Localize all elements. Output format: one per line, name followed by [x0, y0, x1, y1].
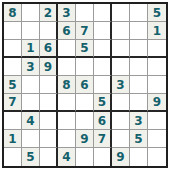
- cell-r3c1[interactable]: [4, 40, 22, 58]
- cell-r9c8[interactable]: [130, 148, 148, 166]
- cell-r9c3[interactable]: [40, 148, 58, 166]
- cell-r8c9[interactable]: [148, 130, 166, 148]
- cell-r3c3[interactable]: 6: [40, 40, 58, 58]
- cell-r8c6[interactable]: 7: [94, 130, 112, 148]
- cell-r3c9[interactable]: [148, 40, 166, 58]
- cell-r7c2[interactable]: 4: [22, 112, 40, 130]
- cell-r9c9[interactable]: [148, 148, 166, 166]
- cell-r2c3[interactable]: [40, 22, 58, 40]
- cell-r5c7[interactable]: 3: [112, 76, 130, 94]
- cell-r6c2[interactable]: [22, 94, 40, 112]
- cell-r2c6[interactable]: [94, 22, 112, 40]
- cell-r5c6[interactable]: [94, 76, 112, 94]
- cell-r8c4[interactable]: [58, 130, 76, 148]
- cell-r4c1[interactable]: [4, 58, 22, 76]
- cell-r6c4[interactable]: [58, 94, 76, 112]
- cell-r5c3[interactable]: [40, 76, 58, 94]
- cell-r5c5[interactable]: 6: [76, 76, 94, 94]
- cell-r1c4[interactable]: 3: [58, 4, 76, 22]
- cell-r6c3[interactable]: [40, 94, 58, 112]
- cell-r3c2[interactable]: 1: [22, 40, 40, 58]
- cell-r6c6[interactable]: 5: [94, 94, 112, 112]
- cell-r2c1[interactable]: [4, 22, 22, 40]
- cell-r7c8[interactable]: 3: [130, 112, 148, 130]
- cell-r1c9[interactable]: 5: [148, 4, 166, 22]
- cell-r6c9[interactable]: 9: [148, 94, 166, 112]
- cell-r6c1[interactable]: 7: [4, 94, 22, 112]
- cell-r3c8[interactable]: [130, 40, 148, 58]
- cell-r2c2[interactable]: [22, 22, 40, 40]
- cell-r4c5[interactable]: [76, 58, 94, 76]
- cell-r5c9[interactable]: [148, 76, 166, 94]
- cell-r5c8[interactable]: [130, 76, 148, 94]
- cell-r6c7[interactable]: [112, 94, 130, 112]
- cell-r8c1[interactable]: 1: [4, 130, 22, 148]
- cell-r3c7[interactable]: [112, 40, 130, 58]
- cell-r7c1[interactable]: [4, 112, 22, 130]
- cell-r4c9[interactable]: [148, 58, 166, 76]
- cell-r8c7[interactable]: [112, 130, 130, 148]
- cell-r9c2[interactable]: 5: [22, 148, 40, 166]
- cell-r1c8[interactable]: [130, 4, 148, 22]
- cell-r1c1[interactable]: 8: [4, 4, 22, 22]
- cell-r1c5[interactable]: [76, 4, 94, 22]
- cell-r4c2[interactable]: 3: [22, 58, 40, 76]
- cell-r9c5[interactable]: [76, 148, 94, 166]
- cell-r1c3[interactable]: 2: [40, 4, 58, 22]
- cell-r2c5[interactable]: 7: [76, 22, 94, 40]
- cell-r7c7[interactable]: [112, 112, 130, 130]
- cell-r7c4[interactable]: [58, 112, 76, 130]
- cell-r5c1[interactable]: 5: [4, 76, 22, 94]
- cell-r8c8[interactable]: 5: [130, 130, 148, 148]
- cell-r1c6[interactable]: [94, 4, 112, 22]
- cell-r9c4[interactable]: 4: [58, 148, 76, 166]
- cell-r9c6[interactable]: [94, 148, 112, 166]
- cell-r3c5[interactable]: 5: [76, 40, 94, 58]
- cell-r7c5[interactable]: [76, 112, 94, 130]
- cell-r4c8[interactable]: [130, 58, 148, 76]
- cell-r8c5[interactable]: 9: [76, 130, 94, 148]
- sudoku-board: 82356711653958637594631975549: [2, 2, 168, 168]
- cell-r8c3[interactable]: [40, 130, 58, 148]
- cell-r9c7[interactable]: 9: [112, 148, 130, 166]
- sudoku-page: 82356711653958637594631975549: [0, 0, 170, 170]
- cell-r2c8[interactable]: [130, 22, 148, 40]
- cell-r1c2[interactable]: [22, 4, 40, 22]
- cell-r4c4[interactable]: [58, 58, 76, 76]
- cell-r6c5[interactable]: [76, 94, 94, 112]
- cell-r6c8[interactable]: [130, 94, 148, 112]
- cell-r7c3[interactable]: [40, 112, 58, 130]
- cell-r8c2[interactable]: [22, 130, 40, 148]
- cell-r2c9[interactable]: 1: [148, 22, 166, 40]
- cell-r1c7[interactable]: [112, 4, 130, 22]
- cell-r3c4[interactable]: [58, 40, 76, 58]
- cell-r9c1[interactable]: [4, 148, 22, 166]
- cell-r7c6[interactable]: 6: [94, 112, 112, 130]
- cell-r3c6[interactable]: [94, 40, 112, 58]
- cell-r4c6[interactable]: [94, 58, 112, 76]
- cell-r7c9[interactable]: [148, 112, 166, 130]
- cell-r5c2[interactable]: [22, 76, 40, 94]
- cell-r4c3[interactable]: 9: [40, 58, 58, 76]
- cell-r4c7[interactable]: [112, 58, 130, 76]
- cell-r2c7[interactable]: [112, 22, 130, 40]
- cell-r2c4[interactable]: 6: [58, 22, 76, 40]
- cell-r5c4[interactable]: 8: [58, 76, 76, 94]
